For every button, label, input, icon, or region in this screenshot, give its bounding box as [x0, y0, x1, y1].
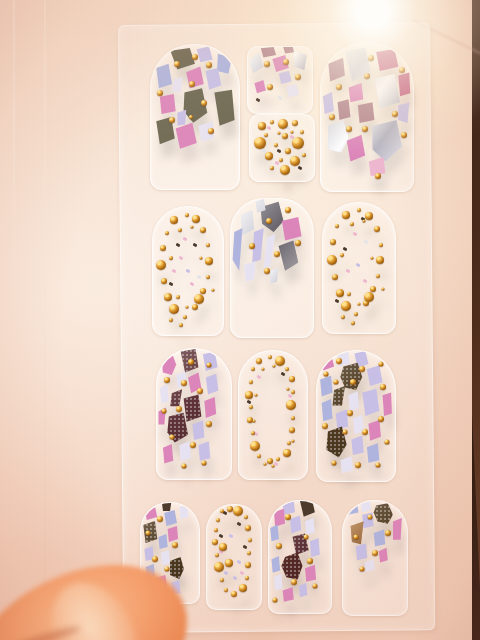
gold-rhinestone-dot [179, 323, 183, 327]
gold-rhinestone-dot [170, 216, 178, 224]
gold-rhinestone-dot [289, 427, 295, 433]
gold-rhinestone-dot [263, 462, 266, 465]
gold-rhinestone-dot [192, 54, 198, 60]
micro-fleck [255, 98, 260, 103]
gold-rhinestone-dot [285, 367, 289, 371]
sticker-design [157, 349, 231, 479]
sticker-design [207, 505, 261, 609]
gold-rhinestone-dot [378, 362, 383, 367]
gold-rhinestone-dot [372, 550, 378, 556]
gold-rhinestone-dot [157, 90, 163, 96]
gold-rhinestone-dot [280, 165, 290, 175]
gold-rhinestone-dot [245, 525, 251, 531]
micro-fleck [219, 534, 224, 539]
terrazzo-piece [343, 501, 407, 615]
gold-rhinestone-dot [290, 130, 293, 133]
gold-rhinestone-dot [282, 133, 288, 139]
gold-rhinestone-dot [181, 380, 187, 386]
nail-sticker-s2a [247, 46, 313, 114]
gold-rhinestone-dot [342, 211, 350, 219]
micro-fleck [179, 256, 184, 261]
micro-fleck [346, 268, 351, 273]
micro-fleck [186, 269, 191, 274]
gold-rhinestone-dot [201, 100, 207, 106]
gold-rhinestone-dot [164, 567, 169, 572]
gold-rhinestone-dot [273, 597, 278, 602]
gold-rhinestone-dot [152, 556, 158, 562]
micro-fleck [276, 149, 281, 154]
gold-rhinestone-dot [244, 515, 248, 519]
micro-fleck [335, 298, 340, 303]
gold-rhinestone-dot [160, 245, 166, 251]
gold-rhinestone-dot [176, 295, 180, 299]
gold-rhinestone-dot [145, 531, 150, 536]
gold-rhinestone-dot [206, 243, 210, 247]
gold-rhinestone-dot [165, 231, 169, 235]
terrazzo-piece [343, 501, 407, 615]
terrazzo-piece [343, 501, 407, 615]
gold-rhinestone-dot [290, 156, 300, 166]
gold-rhinestone-dot [162, 409, 167, 414]
terrazzo-piece [343, 501, 407, 615]
micro-fleck [257, 374, 262, 379]
gold-rhinestone-dot [332, 274, 338, 280]
micro-fleck [168, 282, 173, 287]
micro-fleck [355, 263, 360, 268]
gold-rhinestone-dot [285, 207, 291, 213]
gold-rhinestone-dot [370, 286, 376, 292]
gold-rhinestone-dot [327, 255, 337, 265]
micro-fleck [274, 461, 279, 466]
gold-rhinestone-dot [336, 358, 342, 364]
sticker-design [239, 351, 307, 479]
micro-fleck [237, 521, 242, 526]
photo-scene [0, 0, 480, 640]
gold-rhinestone-dot [231, 591, 237, 597]
gold-rhinestone-dot [295, 240, 301, 246]
gold-rhinestone-dot [401, 132, 407, 138]
micro-fleck [233, 576, 238, 581]
gold-rhinestone-dot [212, 539, 218, 545]
gold-rhinestone-dot [185, 213, 189, 217]
gold-rhinestone-dot [283, 59, 289, 65]
gold-rhinestone-dot [364, 292, 374, 302]
gold-rhinestone-dot [329, 114, 335, 120]
gold-rhinestone-dot [335, 224, 339, 228]
gold-rhinestone-dot [192, 215, 200, 223]
gold-rhinestone-dot [376, 256, 384, 264]
gold-rhinestone-dot [264, 268, 270, 274]
gold-rhinestone-dot [220, 578, 224, 582]
gold-rhinestone-dot [164, 377, 170, 383]
gold-rhinestone-dot [347, 410, 353, 416]
gold-rhinestone-dot [169, 117, 175, 123]
gold-rhinestone-dot [208, 128, 214, 134]
gold-rhinestone-dot [252, 420, 255, 423]
terrazzo-piece [343, 501, 407, 615]
gold-rhinestone-dot [245, 391, 253, 399]
gold-rhinestone-dot [276, 543, 282, 549]
sticker-design [323, 203, 395, 333]
gold-rhinestone-dot [169, 318, 173, 322]
gold-rhinestone-dot [161, 278, 167, 284]
gold-rhinestone-dot [351, 321, 355, 325]
gold-rhinestone-dot [272, 465, 275, 468]
gold-rhinestone-dot [287, 441, 291, 445]
sticker-design [153, 207, 223, 335]
gold-rhinestone-dot [200, 227, 206, 233]
gold-rhinestone-dot [277, 132, 280, 135]
nail-sticker-s8 [238, 350, 308, 480]
sticker-design [321, 43, 413, 191]
gold-rhinestone-dot [336, 289, 344, 297]
gold-rhinestone-dot [247, 551, 251, 555]
gold-rhinestone-dot [270, 166, 274, 170]
micro-fleck [288, 394, 293, 399]
gold-rhinestone-dot [343, 429, 348, 434]
terrazzo-piece [343, 501, 407, 615]
gold-rhinestone-dot [249, 405, 253, 409]
gold-rhinestone-dot [156, 260, 166, 270]
gold-rhinestone-dot [245, 562, 251, 568]
gold-rhinestone-dot [254, 137, 266, 149]
gold-rhinestone-dot [307, 558, 313, 564]
micro-fleck [223, 570, 228, 575]
gold-rhinestone-dot [169, 304, 179, 314]
nail-sticker-s9 [316, 350, 396, 482]
gold-rhinestone-dot [174, 61, 180, 67]
gold-rhinestone-dot [181, 464, 186, 469]
micro-fleck [189, 282, 194, 287]
gold-rhinestone-dot [164, 293, 172, 301]
gold-rhinestone-dot [304, 534, 309, 539]
gold-rhinestone-dot [220, 509, 224, 513]
gold-rhinestone-dot [274, 143, 278, 147]
gold-rhinestone-dot [264, 133, 268, 137]
gold-rhinestone-dot [188, 359, 194, 365]
gold-rhinestone-dot [354, 336, 358, 340]
sticker-design [151, 45, 239, 189]
gold-rhinestone-dot [216, 518, 220, 522]
micro-fleck [364, 240, 369, 245]
gold-rhinestone-dot [225, 559, 233, 567]
gold-rhinestone-dot [302, 153, 306, 157]
gold-rhinestone-dot [399, 67, 405, 73]
gold-rhinestone-dot [245, 576, 249, 580]
gold-rhinestone-dot [176, 406, 182, 412]
gold-rhinestone-dot [362, 429, 368, 435]
gold-rhinestone-dot [189, 115, 193, 119]
gold-rhinestone-dot [379, 243, 383, 247]
gold-rhinestone-dot [330, 239, 336, 245]
micro-fleck [362, 279, 367, 284]
gold-rhinestone-dot [354, 312, 358, 316]
gold-rhinestone-dot [273, 365, 276, 368]
paper-fold-line [44, 0, 46, 640]
gold-rhinestone-dot [380, 384, 386, 390]
nail-sticker-s12 [268, 500, 332, 614]
gold-rhinestone-dot [189, 81, 195, 87]
gold-rhinestone-dot [190, 442, 196, 448]
gold-rhinestone-dot [367, 514, 372, 519]
micro-fleck [267, 126, 272, 131]
gold-rhinestone-dot [172, 542, 178, 548]
gold-rhinestone-dot [256, 358, 262, 364]
nail-sticker-s6 [322, 202, 396, 334]
gold-rhinestone-dot [219, 543, 227, 551]
gold-rhinestone-dot [169, 435, 174, 440]
gold-rhinestone-dot [341, 315, 345, 319]
gold-rhinestone-dot [194, 294, 204, 304]
gold-rhinestone-dot [183, 315, 187, 319]
gold-rhinestone-dot [363, 220, 366, 223]
gold-rhinestone-dot [285, 514, 291, 520]
gold-rhinestone-dot [392, 111, 398, 117]
micro-fleck [342, 246, 347, 251]
gold-rhinestone-dot [291, 416, 295, 420]
gold-rhinestone-dot [264, 61, 270, 67]
gold-rhinestone-dot [206, 421, 212, 427]
gold-rhinestone-dot [286, 388, 289, 391]
micro-fleck [172, 269, 177, 274]
gold-rhinestone-dot [291, 390, 295, 394]
gold-rhinestone-dot [249, 243, 255, 249]
sticker-design [248, 47, 312, 113]
gold-rhinestone-dot [233, 506, 243, 516]
gold-rhinestone-dot [274, 251, 280, 257]
gold-rhinestone-dot [200, 288, 206, 294]
sticker-design [317, 351, 395, 481]
nail-sticker-s7 [156, 348, 232, 480]
gold-rhinestone-dot [268, 355, 272, 359]
gold-rhinestone-dot [355, 462, 361, 468]
gold-rhinestone-dot [365, 212, 373, 220]
gold-rhinestone-dot [360, 567, 365, 572]
gold-rhinestone-dot [239, 584, 247, 592]
gold-rhinestone-dot [336, 84, 342, 90]
micro-fleck [237, 560, 242, 565]
gold-rhinestone-dot [341, 301, 351, 311]
gold-rhinestone-dot [378, 416, 384, 422]
gold-rhinestone-dot [192, 304, 198, 310]
gold-rhinestone-dot [353, 535, 358, 540]
gold-rhinestone-dot [375, 173, 381, 179]
gold-rhinestone-dot [292, 137, 304, 149]
gold-rhinestone-dot [199, 257, 202, 260]
micro-fleck [193, 243, 198, 248]
gold-rhinestone-dot [251, 367, 255, 371]
nail-sticker-s11 [206, 504, 262, 610]
micro-fleck [242, 544, 247, 549]
gold-rhinestone-dot [248, 538, 252, 542]
gold-rhinestone-dot [227, 506, 233, 512]
nail-sticker-s3 [320, 42, 414, 192]
gold-rhinestone-dot [295, 74, 301, 80]
gold-rhinestone-dot [347, 292, 351, 296]
gold-rhinestone-dot [350, 379, 356, 385]
gold-rhinestone-dot [324, 372, 329, 377]
gold-rhinestone-dot [202, 461, 207, 466]
sticker-design [231, 199, 313, 337]
gold-rhinestone-dot [206, 362, 211, 367]
gold-rhinestone-dot [358, 303, 361, 306]
gold-rhinestone-dot [169, 256, 173, 260]
gold-rhinestone-dot [197, 388, 203, 394]
gold-rhinestone-dot [214, 562, 224, 572]
gold-rhinestone-dot [368, 55, 374, 61]
gold-rhinestone-dot [214, 528, 218, 532]
gold-rhinestone-dot [292, 439, 295, 442]
micro-fleck [175, 243, 180, 248]
gold-rhinestone-dot [265, 152, 273, 160]
gold-rhinestone-dot [190, 226, 193, 229]
gold-rhinestone-dot [266, 218, 272, 224]
paper-fold-line [13, 0, 15, 300]
micro-fleck [353, 232, 358, 237]
gold-rhinestone-dot [185, 305, 188, 308]
gold-rhinestone-dot [350, 222, 354, 226]
gold-rhinestone-dot [364, 73, 370, 79]
gold-rhinestone-dot [258, 122, 266, 130]
nail-sticker-s13 [342, 500, 408, 616]
gold-rhinestone-dot [359, 366, 365, 372]
nail-sticker-s1 [150, 44, 240, 190]
gold-rhinestone-dot [267, 458, 273, 464]
gold-rhinestone-dot [182, 338, 186, 342]
gold-rhinestone-dot [376, 274, 380, 278]
micro-fleck [196, 275, 201, 280]
gold-rhinestone-dot [211, 289, 214, 292]
gold-rhinestone-dot [385, 440, 390, 445]
gold-rhinestone-dot [332, 460, 337, 465]
gold-rhinestone-dot [206, 62, 212, 68]
gold-rhinestone-dot [357, 208, 361, 212]
gold-rhinestone-dot [362, 126, 368, 132]
gold-rhinestone-dot [278, 119, 288, 129]
gold-rhinestone-dot [333, 380, 338, 385]
terrazzo-piece [343, 501, 407, 615]
gold-rhinestone-dot [370, 256, 373, 259]
gold-rhinestone-dot [261, 367, 264, 370]
gold-rhinestone-dot [292, 120, 298, 126]
gold-rhinestone-dot [267, 84, 273, 90]
gold-rhinestone-dot [270, 120, 274, 124]
sticker-design [269, 501, 331, 613]
gold-rhinestone-dot [215, 553, 219, 557]
gold-rhinestone-dot [275, 480, 278, 483]
gold-rhinestone-dot [257, 454, 261, 458]
terrazzo-piece [343, 501, 407, 615]
sticker-design [250, 115, 314, 181]
gold-rhinestone-dot [286, 400, 296, 410]
nail-sticker-s4 [152, 206, 224, 336]
gold-rhinestone-dot [385, 530, 391, 536]
nail-sticker-s5 [230, 198, 314, 338]
micro-fleck [297, 166, 302, 171]
micro-fleck [182, 237, 187, 242]
gold-rhinestone-dot [178, 228, 182, 232]
gold-rhinestone-dot [374, 226, 380, 232]
gold-rhinestone-dot [224, 588, 228, 592]
micro-fleck [247, 400, 252, 405]
gold-rhinestone-dot [340, 253, 344, 257]
gold-rhinestone-dot [312, 584, 317, 589]
gold-rhinestone-dot [251, 431, 255, 435]
gold-rhinestone-dot [285, 148, 291, 154]
nail-sticker-s2b [249, 114, 315, 182]
fingertip [0, 576, 193, 640]
gold-rhinestone-dot [346, 126, 352, 132]
terrazzo-piece [343, 501, 407, 615]
micro-fleck [240, 570, 245, 575]
gold-rhinestone-dot [276, 457, 280, 461]
terrazzo-piece [343, 501, 407, 615]
gold-rhinestone-dot [322, 423, 328, 429]
micro-fleck [281, 372, 286, 377]
micro-fleck [229, 534, 234, 539]
micro-fleck [278, 96, 283, 101]
gold-rhinestone-dot [300, 130, 304, 134]
sticker-design [343, 501, 407, 615]
gold-rhinestone-dot [283, 449, 291, 457]
gold-rhinestone-dot [382, 287, 385, 290]
gold-rhinestone-dot [275, 356, 285, 366]
gold-rhinestone-dot [291, 579, 297, 585]
gold-rhinestone-dot [279, 158, 283, 162]
gold-rhinestone-dot [255, 393, 258, 396]
gold-rhinestone-dot [249, 380, 253, 384]
gold-rhinestone-dot [205, 257, 213, 265]
gold-rhinestone-dot [250, 441, 260, 451]
gold-rhinestone-dot [375, 463, 380, 468]
gold-rhinestone-dot [157, 516, 163, 522]
gold-rhinestone-dot [206, 275, 210, 279]
gold-rhinestone-dot [289, 376, 295, 382]
